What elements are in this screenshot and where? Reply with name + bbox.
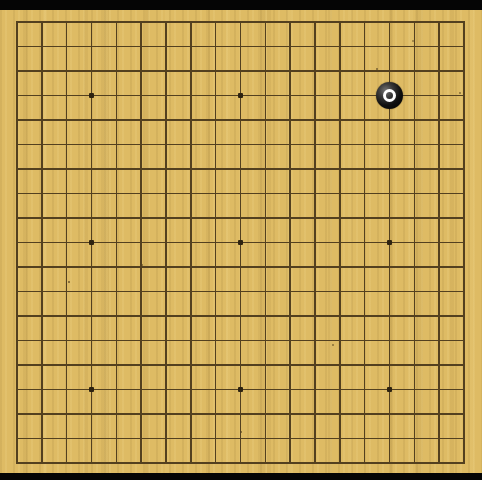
grid-line-vertical: [463, 21, 465, 464]
grid-line-vertical: [339, 21, 341, 464]
frame-top-border: [0, 0, 482, 10]
grid-line-horizontal: [16, 364, 464, 366]
grid-line-horizontal: [16, 291, 464, 293]
go-app-screenshot: [0, 0, 482, 480]
star-point: [387, 387, 392, 392]
grid-line-vertical: [289, 21, 291, 464]
star-point: [89, 240, 94, 245]
grid-line-horizontal: [16, 413, 464, 415]
star-point: [238, 93, 243, 98]
star-point: [238, 240, 243, 245]
grid-line-horizontal: [16, 340, 464, 342]
go-board[interactable]: [0, 10, 482, 473]
grid-line-vertical: [414, 21, 416, 464]
grid-line-horizontal: [16, 438, 464, 440]
grid-line-vertical: [265, 21, 267, 464]
star-point: [238, 387, 243, 392]
grid-line-vertical: [364, 21, 366, 464]
star-point: [89, 387, 94, 392]
star-point: [89, 93, 94, 98]
grid-line-horizontal: [16, 315, 464, 317]
last-move-marker: [383, 89, 396, 102]
grid-line-vertical: [438, 21, 440, 464]
grid-line-horizontal: [16, 462, 464, 464]
black-stone[interactable]: [376, 82, 403, 109]
grid-line-horizontal: [16, 266, 464, 268]
star-point: [387, 240, 392, 245]
wood-grain-specks: [0, 10, 2, 12]
frame-bottom-border: [0, 473, 482, 480]
grid-line-vertical: [314, 21, 316, 464]
